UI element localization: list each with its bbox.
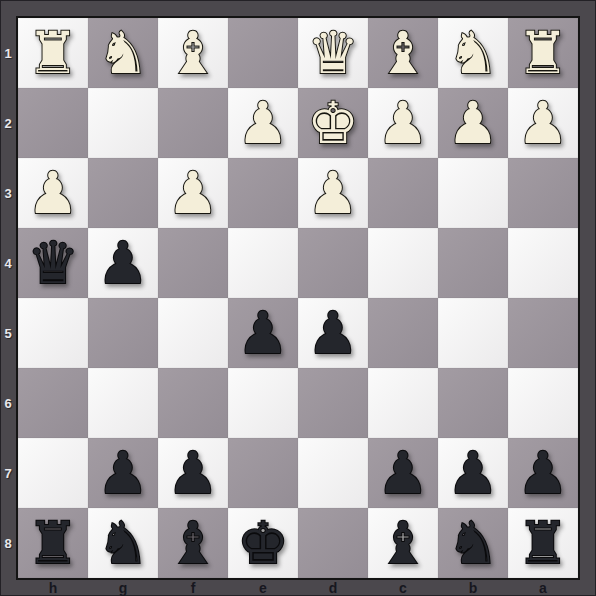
rank-label-7: 7 xyxy=(0,438,16,508)
square-g8[interactable]: ♞ xyxy=(88,508,158,578)
file-label-d: d xyxy=(298,580,368,596)
white-bishop-icon[interactable]: ♝ xyxy=(167,18,219,88)
file-label-c: c xyxy=(368,580,438,596)
square-c1[interactable]: ♝ xyxy=(368,18,438,88)
white-rook-icon[interactable]: ♜ xyxy=(517,18,569,88)
square-a5[interactable] xyxy=(508,298,578,368)
square-h2[interactable] xyxy=(18,88,88,158)
black-pawn-icon[interactable]: ♟ xyxy=(447,438,499,508)
square-d6[interactable] xyxy=(298,368,368,438)
square-h4[interactable]: ♛ xyxy=(18,228,88,298)
square-e1[interactable] xyxy=(228,18,298,88)
square-f4[interactable] xyxy=(158,228,228,298)
square-a4[interactable] xyxy=(508,228,578,298)
file-label-h: h xyxy=(18,580,88,596)
black-queen-icon[interactable]: ♛ xyxy=(27,228,79,298)
square-d1[interactable]: ♛ xyxy=(298,18,368,88)
square-c7[interactable]: ♟ xyxy=(368,438,438,508)
square-a8[interactable]: ♜ xyxy=(508,508,578,578)
square-c4[interactable] xyxy=(368,228,438,298)
square-b2[interactable]: ♟ xyxy=(438,88,508,158)
square-f8[interactable]: ♝ xyxy=(158,508,228,578)
black-pawn-icon[interactable]: ♟ xyxy=(237,298,289,368)
white-pawn-icon[interactable]: ♟ xyxy=(167,158,219,228)
black-pawn-icon[interactable]: ♟ xyxy=(307,298,359,368)
square-h7[interactable] xyxy=(18,438,88,508)
square-g2[interactable] xyxy=(88,88,158,158)
square-f7[interactable]: ♟ xyxy=(158,438,228,508)
black-rook-icon[interactable]: ♜ xyxy=(517,508,569,578)
square-c3[interactable] xyxy=(368,158,438,228)
white-pawn-icon[interactable]: ♟ xyxy=(447,88,499,158)
black-bishop-icon[interactable]: ♝ xyxy=(377,508,429,578)
white-knight-icon[interactable]: ♞ xyxy=(447,18,499,88)
chess-board: ♜♞♝♛♝♞♜♟♚♟♟♟♟♟♟♛♟♟♟♟♟♟♟♟♜♞♝♚♝♞♜ xyxy=(16,16,580,580)
white-bishop-icon[interactable]: ♝ xyxy=(377,18,429,88)
white-pawn-icon[interactable]: ♟ xyxy=(517,88,569,158)
black-rook-icon[interactable]: ♜ xyxy=(27,508,79,578)
square-e4[interactable] xyxy=(228,228,298,298)
rank-labels: 12345678 xyxy=(0,18,16,578)
square-h3[interactable]: ♟ xyxy=(18,158,88,228)
file-label-f: f xyxy=(158,580,228,596)
square-g1[interactable]: ♞ xyxy=(88,18,158,88)
square-b5[interactable] xyxy=(438,298,508,368)
square-h5[interactable] xyxy=(18,298,88,368)
black-knight-icon[interactable]: ♞ xyxy=(97,508,149,578)
black-king-icon[interactable]: ♚ xyxy=(237,508,289,578)
black-bishop-icon[interactable]: ♝ xyxy=(167,508,219,578)
rank-label-2: 2 xyxy=(0,88,16,158)
white-pawn-icon[interactable]: ♟ xyxy=(307,158,359,228)
white-queen-icon[interactable]: ♛ xyxy=(307,18,359,88)
file-label-g: g xyxy=(88,580,158,596)
square-e8[interactable]: ♚ xyxy=(228,508,298,578)
square-e3[interactable] xyxy=(228,158,298,228)
square-e2[interactable]: ♟ xyxy=(228,88,298,158)
square-e5[interactable]: ♟ xyxy=(228,298,298,368)
square-c6[interactable] xyxy=(368,368,438,438)
square-a3[interactable] xyxy=(508,158,578,228)
square-c5[interactable] xyxy=(368,298,438,368)
square-g6[interactable] xyxy=(88,368,158,438)
square-d5[interactable]: ♟ xyxy=(298,298,368,368)
rank-label-8: 8 xyxy=(0,508,16,578)
square-b8[interactable]: ♞ xyxy=(438,508,508,578)
square-d7[interactable] xyxy=(298,438,368,508)
square-a7[interactable]: ♟ xyxy=(508,438,578,508)
white-pawn-icon[interactable]: ♟ xyxy=(237,88,289,158)
square-b3[interactable] xyxy=(438,158,508,228)
file-labels: hgfedcba xyxy=(18,580,578,596)
white-rook-icon[interactable]: ♜ xyxy=(27,18,79,88)
square-h8[interactable]: ♜ xyxy=(18,508,88,578)
file-label-e: e xyxy=(228,580,298,596)
square-f6[interactable] xyxy=(158,368,228,438)
square-f3[interactable]: ♟ xyxy=(158,158,228,228)
square-a1[interactable]: ♜ xyxy=(508,18,578,88)
square-b6[interactable] xyxy=(438,368,508,438)
square-g5[interactable] xyxy=(88,298,158,368)
square-b4[interactable] xyxy=(438,228,508,298)
square-g7[interactable]: ♟ xyxy=(88,438,158,508)
square-c8[interactable]: ♝ xyxy=(368,508,438,578)
white-king-icon[interactable]: ♚ xyxy=(307,88,359,158)
square-d4[interactable] xyxy=(298,228,368,298)
black-pawn-icon[interactable]: ♟ xyxy=(97,228,149,298)
square-f5[interactable] xyxy=(158,298,228,368)
black-knight-icon[interactable]: ♞ xyxy=(447,508,499,578)
black-pawn-icon[interactable]: ♟ xyxy=(377,438,429,508)
white-pawn-icon[interactable]: ♟ xyxy=(377,88,429,158)
square-f1[interactable]: ♝ xyxy=(158,18,228,88)
file-label-a: a xyxy=(508,580,578,596)
rank-label-4: 4 xyxy=(0,228,16,298)
square-b7[interactable]: ♟ xyxy=(438,438,508,508)
rank-label-6: 6 xyxy=(0,368,16,438)
square-d8[interactable] xyxy=(298,508,368,578)
square-e6[interactable] xyxy=(228,368,298,438)
black-pawn-icon[interactable]: ♟ xyxy=(97,438,149,508)
square-d3[interactable]: ♟ xyxy=(298,158,368,228)
file-label-b: b xyxy=(438,580,508,596)
rank-label-5: 5 xyxy=(0,298,16,368)
rank-label-3: 3 xyxy=(0,158,16,228)
square-c2[interactable]: ♟ xyxy=(368,88,438,158)
white-pawn-icon[interactable]: ♟ xyxy=(27,158,79,228)
black-pawn-icon[interactable]: ♟ xyxy=(167,438,219,508)
rank-label-1: 1 xyxy=(0,18,16,88)
square-d2[interactable]: ♚ xyxy=(298,88,368,158)
square-a6[interactable] xyxy=(508,368,578,438)
square-h1[interactable]: ♜ xyxy=(18,18,88,88)
square-e7[interactable] xyxy=(228,438,298,508)
black-pawn-icon[interactable]: ♟ xyxy=(517,438,569,508)
square-h6[interactable] xyxy=(18,368,88,438)
square-g3[interactable] xyxy=(88,158,158,228)
square-a2[interactable]: ♟ xyxy=(508,88,578,158)
white-knight-icon[interactable]: ♞ xyxy=(97,18,149,88)
board-frame: 12345678 ♜♞♝♛♝♞♜♟♚♟♟♟♟♟♟♛♟♟♟♟♟♟♟♟♜♞♝♚♝♞♜… xyxy=(0,0,596,596)
square-g4[interactable]: ♟ xyxy=(88,228,158,298)
square-b1[interactable]: ♞ xyxy=(438,18,508,88)
square-f2[interactable] xyxy=(158,88,228,158)
